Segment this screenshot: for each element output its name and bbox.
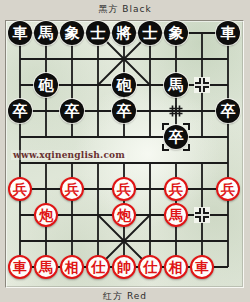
pawn-origin-hash-marker [168,104,184,118]
red-cannon[interactable]: 炮 [34,203,58,227]
black-side-label: 黑方 Black [0,3,250,15]
black-soldier[interactable]: 卒 [216,99,240,123]
red-side-label: 红方 Red [0,290,250,302]
red-soldier[interactable]: 兵 [60,177,84,201]
red-elephant[interactable]: 相 [164,255,188,279]
move-origin-cross-marker [194,77,210,93]
black-horse[interactable]: 馬 [34,21,58,45]
red-soldier[interactable]: 兵 [216,177,240,201]
black-soldier[interactable]: 卒 [8,99,32,123]
xiangqi-app: 黑方 Black www.xqinenglish.com 車馬象士將士象車砲砲馬… [0,0,250,302]
black-chariot[interactable]: 車 [8,21,32,45]
black-cannon[interactable]: 砲 [112,73,136,97]
red-elephant[interactable]: 相 [60,255,84,279]
red-chariot[interactable]: 車 [8,255,32,279]
red-chariot[interactable]: 車 [190,255,214,279]
red-cannon[interactable]: 炮 [112,203,136,227]
black-elephant[interactable]: 象 [60,21,84,45]
red-general[interactable]: 帥 [112,255,136,279]
black-advisor[interactable]: 士 [86,21,110,45]
red-horse[interactable]: 馬 [164,203,188,227]
black-soldier[interactable]: 卒 [112,99,136,123]
black-advisor[interactable]: 士 [138,21,162,45]
black-chariot[interactable]: 車 [216,21,240,45]
red-soldier[interactable]: 兵 [164,177,188,201]
black-soldier[interactable]: 卒 [164,125,188,149]
red-soldier[interactable]: 兵 [112,177,136,201]
red-horse[interactable]: 馬 [34,255,58,279]
red-advisor[interactable]: 仕 [86,255,110,279]
red-soldier[interactable]: 兵 [8,177,32,201]
black-general[interactable]: 將 [112,21,136,45]
black-elephant[interactable]: 象 [164,21,188,45]
move-origin-cross-marker [194,207,210,223]
black-cannon[interactable]: 砲 [34,73,58,97]
board-grid: 車馬象士將士象車砲砲馬卒卒卒卒卒兵兵兵兵兵炮炮馬車馬相仕帥仕相車 [7,20,241,280]
red-advisor[interactable]: 仕 [138,255,162,279]
black-soldier[interactable]: 卒 [60,99,84,123]
black-horse[interactable]: 馬 [164,73,188,97]
